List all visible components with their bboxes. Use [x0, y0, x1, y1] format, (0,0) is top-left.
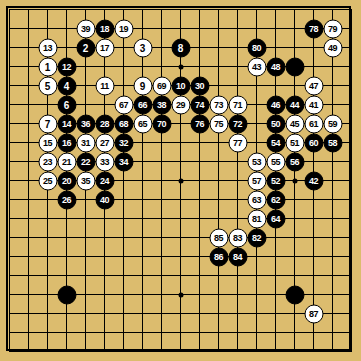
stone-black-16: 16	[57, 133, 76, 152]
star-point	[178, 178, 183, 183]
stone-white-57: 57	[247, 171, 266, 190]
move-number: 75	[214, 119, 223, 128]
stone-black-54: 54	[266, 133, 285, 152]
stone-black-50: 50	[266, 114, 285, 133]
stone-black-32: 32	[114, 133, 133, 152]
stone-black-72: 72	[228, 114, 247, 133]
move-number: 19	[119, 24, 128, 33]
move-number: 52	[271, 176, 280, 185]
move-number: 44	[290, 100, 299, 109]
star-point	[178, 292, 183, 297]
stone-black-6: 6	[57, 95, 76, 114]
stone-black-48: 48	[266, 57, 285, 76]
move-number: 13	[43, 43, 52, 52]
move-number: 66	[138, 100, 147, 109]
stone-white-41: 41	[304, 95, 323, 114]
stone-white-53: 53	[247, 152, 266, 171]
grid-line-vertical	[351, 9, 352, 352]
stone-black-10: 10	[171, 76, 190, 95]
stone-black-34: 34	[114, 152, 133, 171]
stone-black-handicap-Q16	[285, 57, 304, 76]
stone-white-21: 21	[57, 152, 76, 171]
move-number: 51	[290, 138, 299, 147]
stone-white-1: 1	[38, 57, 57, 76]
move-number: 54	[271, 138, 280, 147]
move-number: 65	[138, 119, 147, 128]
move-number: 29	[176, 100, 185, 109]
move-number: 5	[45, 81, 51, 90]
stone-white-19: 19	[114, 19, 133, 38]
move-number: 28	[100, 119, 109, 128]
move-number: 73	[214, 100, 223, 109]
grid-line-horizontal	[9, 256, 352, 257]
stone-black-66: 66	[133, 95, 152, 114]
move-number: 64	[271, 214, 280, 223]
stone-white-31: 31	[76, 133, 95, 152]
move-number: 40	[100, 195, 109, 204]
move-number: 58	[328, 138, 337, 147]
stone-white-13: 13	[38, 38, 57, 57]
move-number: 71	[233, 100, 242, 109]
grid-line-horizontal	[9, 351, 352, 352]
stone-white-7: 7	[38, 114, 57, 133]
stone-white-25: 25	[38, 171, 57, 190]
grid-line-horizontal	[9, 332, 352, 333]
move-number: 41	[309, 100, 318, 109]
move-number: 30	[195, 81, 204, 90]
move-number: 77	[233, 138, 242, 147]
stone-black-18: 18	[95, 19, 114, 38]
move-number: 70	[157, 119, 166, 128]
move-number: 53	[252, 157, 261, 166]
move-number: 61	[309, 119, 318, 128]
move-number: 49	[328, 43, 337, 52]
move-number: 46	[271, 100, 280, 109]
stone-black-handicap-D4	[57, 285, 76, 304]
move-number: 57	[252, 176, 261, 185]
stone-black-42: 42	[304, 171, 323, 190]
move-number: 22	[81, 157, 90, 166]
stone-white-15: 15	[38, 133, 57, 152]
stone-black-58: 58	[323, 133, 342, 152]
stone-black-76: 76	[190, 114, 209, 133]
stone-black-74: 74	[190, 95, 209, 114]
stone-black-14: 14	[57, 114, 76, 133]
stone-black-2: 2	[76, 38, 95, 57]
move-number: 68	[119, 119, 128, 128]
stone-black-4: 4	[57, 76, 76, 95]
stone-black-80: 80	[247, 38, 266, 57]
stone-white-45: 45	[285, 114, 304, 133]
stone-black-26: 26	[57, 190, 76, 209]
move-number: 55	[271, 157, 280, 166]
stone-white-77: 77	[228, 133, 247, 152]
move-number: 12	[62, 62, 71, 71]
move-number: 14	[62, 119, 71, 128]
move-number: 11	[100, 81, 109, 90]
stone-black-70: 70	[152, 114, 171, 133]
move-number: 33	[100, 157, 109, 166]
move-number: 9	[140, 81, 146, 90]
move-number: 85	[214, 233, 223, 242]
move-number: 83	[233, 233, 242, 242]
move-number: 24	[100, 176, 109, 185]
move-number: 34	[119, 157, 128, 166]
move-number: 23	[43, 157, 52, 166]
star-point	[292, 178, 297, 183]
stone-white-47: 47	[304, 76, 323, 95]
stone-black-64: 64	[266, 209, 285, 228]
move-number: 27	[100, 138, 109, 147]
move-number: 76	[195, 119, 204, 128]
stone-white-29: 29	[171, 95, 190, 114]
move-number: 10	[176, 81, 185, 90]
move-number: 35	[81, 176, 90, 185]
stone-black-78: 78	[304, 19, 323, 38]
move-number: 82	[252, 233, 261, 242]
move-number: 21	[62, 157, 71, 166]
grid-line-horizontal	[9, 313, 352, 314]
stone-black-28: 28	[95, 114, 114, 133]
stone-white-87: 87	[304, 304, 323, 323]
move-number: 56	[290, 157, 299, 166]
stone-white-75: 75	[209, 114, 228, 133]
move-number: 67	[119, 100, 128, 109]
stone-black-86: 86	[209, 247, 228, 266]
stone-black-46: 46	[266, 95, 285, 114]
move-number: 62	[271, 195, 280, 204]
stone-white-35: 35	[76, 171, 95, 190]
stone-black-handicap-Q4	[285, 285, 304, 304]
stone-white-81: 81	[247, 209, 266, 228]
move-number: 42	[309, 176, 318, 185]
stone-white-83: 83	[228, 228, 247, 247]
move-number: 79	[328, 24, 337, 33]
move-number: 78	[309, 24, 318, 33]
stone-black-60: 60	[304, 133, 323, 152]
grid-line-vertical	[237, 9, 238, 352]
move-number: 3	[140, 43, 146, 52]
stone-white-55: 55	[266, 152, 285, 171]
move-number: 8	[178, 43, 184, 52]
stone-black-8: 8	[171, 38, 190, 57]
go-board[interactable]: 1234567891011121314151617181920212223242…	[0, 0, 361, 361]
move-number: 18	[100, 24, 109, 33]
stone-white-65: 65	[133, 114, 152, 133]
move-number: 17	[100, 43, 109, 52]
stone-white-59: 59	[323, 114, 342, 133]
move-number: 25	[43, 176, 52, 185]
move-number: 45	[290, 119, 299, 128]
move-number: 50	[271, 119, 280, 128]
stone-white-67: 67	[114, 95, 133, 114]
move-number: 20	[62, 176, 71, 185]
move-number: 59	[328, 119, 337, 128]
move-number: 31	[81, 138, 90, 147]
move-number: 47	[309, 81, 318, 90]
move-number: 16	[62, 138, 71, 147]
stone-white-73: 73	[209, 95, 228, 114]
stone-white-5: 5	[38, 76, 57, 95]
stone-white-39: 39	[76, 19, 95, 38]
move-number: 74	[195, 100, 204, 109]
stone-black-84: 84	[228, 247, 247, 266]
move-number: 6	[64, 100, 70, 109]
star-point	[178, 64, 183, 69]
move-number: 43	[252, 62, 261, 71]
stone-white-51: 51	[285, 133, 304, 152]
move-number: 39	[81, 24, 90, 33]
grid-line-horizontal	[9, 218, 352, 219]
move-number: 87	[309, 309, 318, 318]
stone-black-38: 38	[152, 95, 171, 114]
stone-black-68: 68	[114, 114, 133, 133]
stone-black-62: 62	[266, 190, 285, 209]
grid-line-vertical	[332, 9, 333, 352]
move-number: 48	[271, 62, 280, 71]
stone-black-22: 22	[76, 152, 95, 171]
stone-white-79: 79	[323, 19, 342, 38]
move-number: 32	[119, 138, 128, 147]
move-number: 60	[309, 138, 318, 147]
stone-white-27: 27	[95, 133, 114, 152]
move-number: 72	[233, 119, 242, 128]
move-number: 69	[157, 81, 166, 90]
move-number: 81	[252, 214, 261, 223]
stone-black-52: 52	[266, 171, 285, 190]
stone-black-40: 40	[95, 190, 114, 209]
stone-white-43: 43	[247, 57, 266, 76]
stone-black-20: 20	[57, 171, 76, 190]
move-number: 86	[214, 252, 223, 261]
stone-black-56: 56	[285, 152, 304, 171]
stone-black-44: 44	[285, 95, 304, 114]
move-number: 36	[81, 119, 90, 128]
stone-white-61: 61	[304, 114, 323, 133]
stone-black-36: 36	[76, 114, 95, 133]
grid-line-vertical	[199, 9, 200, 352]
stone-white-33: 33	[95, 152, 114, 171]
grid-line-horizontal	[9, 275, 352, 276]
stone-white-23: 23	[38, 152, 57, 171]
stone-white-3: 3	[133, 38, 152, 57]
move-number: 4	[64, 81, 70, 90]
stone-white-17: 17	[95, 38, 114, 57]
move-number: 15	[43, 138, 52, 147]
move-number: 26	[62, 195, 71, 204]
move-number: 84	[233, 252, 242, 261]
stone-white-9: 9	[133, 76, 152, 95]
stone-black-12: 12	[57, 57, 76, 76]
stone-white-71: 71	[228, 95, 247, 114]
move-number: 2	[83, 43, 89, 52]
stone-black-24: 24	[95, 171, 114, 190]
move-number: 7	[45, 119, 51, 128]
move-number: 63	[252, 195, 261, 204]
stone-white-69: 69	[152, 76, 171, 95]
stone-black-82: 82	[247, 228, 266, 247]
stone-black-30: 30	[190, 76, 209, 95]
grid-line-horizontal	[9, 237, 352, 238]
stone-white-11: 11	[95, 76, 114, 95]
move-number: 80	[252, 43, 261, 52]
stone-white-63: 63	[247, 190, 266, 209]
move-number: 38	[157, 100, 166, 109]
stone-white-85: 85	[209, 228, 228, 247]
stone-white-49: 49	[323, 38, 342, 57]
move-number: 1	[45, 62, 51, 71]
grid-line-vertical	[218, 9, 219, 352]
